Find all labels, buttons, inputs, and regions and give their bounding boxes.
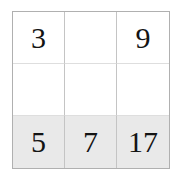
cell-r0c1[interactable] bbox=[65, 12, 117, 64]
cell-r2c0-clue: 5 bbox=[13, 116, 65, 168]
cell-r1c1[interactable] bbox=[65, 64, 117, 116]
cell-r0c0[interactable]: 3 bbox=[13, 12, 65, 64]
cell-r1c2[interactable] bbox=[117, 64, 169, 116]
puzzle-board-wrapper: 3 9 5 7 17 bbox=[12, 11, 170, 169]
puzzle-grid: 3 9 5 7 17 bbox=[12, 11, 170, 169]
cell-r1c0[interactable] bbox=[13, 64, 65, 116]
cell-r2c1-clue: 7 bbox=[65, 116, 117, 168]
cell-r0c2[interactable]: 9 bbox=[117, 12, 169, 64]
cell-r2c2-clue: 17 bbox=[117, 116, 169, 168]
